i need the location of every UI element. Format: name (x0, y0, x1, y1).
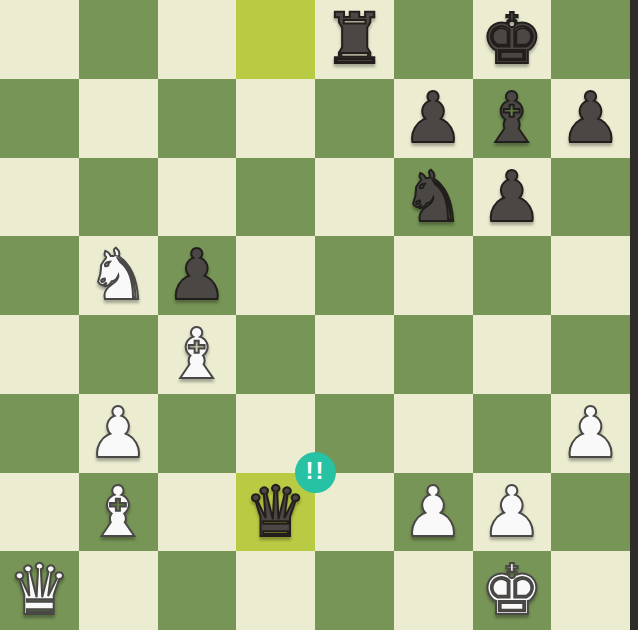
black-bishop[interactable]: ♝ (480, 79, 543, 158)
square-h1[interactable] (551, 551, 630, 630)
square-c8[interactable] (158, 0, 237, 79)
square-a5[interactable] (0, 236, 79, 315)
black-queen[interactable]: ♛ (244, 473, 307, 552)
square-g6[interactable]: ♟ (473, 158, 552, 237)
square-e6[interactable] (315, 158, 394, 237)
square-f8[interactable] (394, 0, 473, 79)
square-h3[interactable]: ♟ (551, 394, 630, 473)
square-d7[interactable] (236, 79, 315, 158)
white-pawn[interactable]: ♟ (87, 394, 150, 473)
square-a4[interactable] (0, 315, 79, 394)
square-b7[interactable] (79, 79, 158, 158)
square-c1[interactable] (158, 551, 237, 630)
square-f1[interactable] (394, 551, 473, 630)
square-b4[interactable] (79, 315, 158, 394)
square-h4[interactable] (551, 315, 630, 394)
square-g5[interactable] (473, 236, 552, 315)
square-c3[interactable] (158, 394, 237, 473)
square-e8[interactable]: ♜ (315, 0, 394, 79)
square-f5[interactable] (394, 236, 473, 315)
square-a3[interactable] (0, 394, 79, 473)
white-bishop[interactable]: ♝ (165, 315, 228, 394)
square-g8[interactable]: ♚ (473, 0, 552, 79)
square-a2[interactable] (0, 473, 79, 552)
white-king[interactable]: ♚ (480, 551, 543, 630)
square-e4[interactable] (315, 315, 394, 394)
square-f7[interactable]: ♟ (394, 79, 473, 158)
black-pawn[interactable]: ♟ (165, 236, 228, 315)
page-background-strip (630, 0, 638, 630)
black-king[interactable]: ♚ (480, 0, 543, 79)
square-d5[interactable] (236, 236, 315, 315)
square-d6[interactable] (236, 158, 315, 237)
square-a8[interactable] (0, 0, 79, 79)
chess-app-stage: ♜♚♟♝♟♞♟♞♟♝♟♟♝♛♟♟♛♚ !! (0, 0, 638, 630)
square-c4[interactable]: ♝ (158, 315, 237, 394)
square-d1[interactable] (236, 551, 315, 630)
square-e7[interactable] (315, 79, 394, 158)
brilliant-move-badge-icon: !! (295, 452, 336, 493)
square-f3[interactable] (394, 394, 473, 473)
black-pawn[interactable]: ♟ (480, 158, 543, 237)
square-g1[interactable]: ♚ (473, 551, 552, 630)
square-f4[interactable] (394, 315, 473, 394)
square-a1[interactable]: ♛ (0, 551, 79, 630)
square-b5[interactable]: ♞ (79, 236, 158, 315)
square-f6[interactable]: ♞ (394, 158, 473, 237)
square-b6[interactable] (79, 158, 158, 237)
square-h7[interactable]: ♟ (551, 79, 630, 158)
square-h2[interactable] (551, 473, 630, 552)
black-pawn[interactable]: ♟ (402, 79, 465, 158)
square-g4[interactable] (473, 315, 552, 394)
square-b2[interactable]: ♝ (79, 473, 158, 552)
square-b1[interactable] (79, 551, 158, 630)
square-b3[interactable]: ♟ (79, 394, 158, 473)
square-h5[interactable] (551, 236, 630, 315)
black-rook[interactable]: ♜ (323, 0, 386, 79)
square-d8[interactable] (236, 0, 315, 79)
square-g2[interactable]: ♟ (473, 473, 552, 552)
black-pawn[interactable]: ♟ (559, 79, 622, 158)
square-b8[interactable] (79, 0, 158, 79)
square-a7[interactable] (0, 79, 79, 158)
white-queen[interactable]: ♛ (8, 551, 71, 630)
square-g3[interactable] (473, 394, 552, 473)
square-c2[interactable] (158, 473, 237, 552)
white-pawn[interactable]: ♟ (559, 394, 622, 473)
square-h6[interactable] (551, 158, 630, 237)
square-c6[interactable] (158, 158, 237, 237)
white-bishop[interactable]: ♝ (87, 473, 150, 552)
square-a6[interactable] (0, 158, 79, 237)
white-knight[interactable]: ♞ (87, 236, 150, 315)
square-e5[interactable] (315, 236, 394, 315)
chess-board: ♜♚♟♝♟♞♟♞♟♝♟♟♝♛♟♟♛♚ (0, 0, 630, 630)
square-c5[interactable]: ♟ (158, 236, 237, 315)
white-pawn[interactable]: ♟ (402, 473, 465, 552)
square-g7[interactable]: ♝ (473, 79, 552, 158)
black-knight[interactable]: ♞ (402, 158, 465, 237)
square-e1[interactable] (315, 551, 394, 630)
square-f2[interactable]: ♟ (394, 473, 473, 552)
square-c7[interactable] (158, 79, 237, 158)
white-pawn[interactable]: ♟ (480, 473, 543, 552)
square-h8[interactable] (551, 0, 630, 79)
square-d4[interactable] (236, 315, 315, 394)
